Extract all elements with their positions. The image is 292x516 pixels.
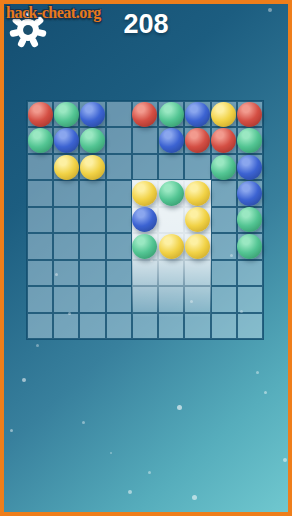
- ball-blue[interactable]: [237, 181, 262, 206]
- board-cell[interactable]: [27, 180, 53, 206]
- board-cell[interactable]: [106, 180, 132, 206]
- board-cell[interactable]: [79, 233, 105, 259]
- board-cell[interactable]: [27, 260, 53, 286]
- board-cell[interactable]: [27, 127, 53, 153]
- board-cell[interactable]: [79, 127, 105, 153]
- board-cell[interactable]: [184, 127, 210, 153]
- game-board: [26, 100, 264, 340]
- board-cell[interactable]: [53, 260, 79, 286]
- sparkle: [128, 490, 132, 494]
- board-cell[interactable]: [184, 233, 210, 259]
- board-cell[interactable]: [184, 260, 210, 286]
- sparkle: [82, 421, 85, 424]
- board-cell[interactable]: [132, 233, 158, 259]
- board-cell[interactable]: [132, 260, 158, 286]
- board-cell[interactable]: [237, 260, 263, 286]
- ball-green[interactable]: [54, 102, 79, 127]
- board-cell[interactable]: [237, 180, 263, 206]
- board-cell[interactable]: [184, 207, 210, 233]
- board-cell[interactable]: [158, 286, 184, 312]
- ball-yellow[interactable]: [159, 234, 184, 259]
- sparkle: [148, 471, 151, 474]
- board-cell[interactable]: [106, 154, 132, 180]
- board-cell[interactable]: [53, 180, 79, 206]
- ball-green[interactable]: [237, 128, 262, 153]
- sparkle: [36, 344, 39, 347]
- board-cell[interactable]: [132, 207, 158, 233]
- board-cell[interactable]: [184, 286, 210, 312]
- board-cell[interactable]: [184, 180, 210, 206]
- gear-icon: [9, 37, 47, 52]
- board-cell[interactable]: [237, 286, 263, 312]
- ball-green[interactable]: [80, 128, 105, 153]
- ball-yellow[interactable]: [80, 155, 105, 180]
- ball-yellow[interactable]: [54, 155, 79, 180]
- ball-red[interactable]: [185, 128, 210, 153]
- board-cell[interactable]: [53, 101, 79, 127]
- sparkle: [110, 452, 112, 454]
- board-cell[interactable]: [132, 154, 158, 180]
- board-cell[interactable]: [132, 180, 158, 206]
- board-cell[interactable]: [237, 233, 263, 259]
- board-cell[interactable]: [211, 154, 237, 180]
- board-cell[interactable]: [211, 313, 237, 339]
- board-cell[interactable]: [237, 154, 263, 180]
- board-cell[interactable]: [237, 207, 263, 233]
- board-cell[interactable]: [132, 313, 158, 339]
- sparkle: [10, 429, 13, 432]
- board-cell[interactable]: [158, 233, 184, 259]
- board-cell[interactable]: [158, 101, 184, 127]
- board-cell[interactable]: [184, 154, 210, 180]
- board-cell[interactable]: [132, 101, 158, 127]
- board-cell[interactable]: [27, 101, 53, 127]
- board-cell[interactable]: [132, 127, 158, 153]
- sparkle: [283, 458, 287, 462]
- ball-green[interactable]: [211, 155, 236, 180]
- board-cell[interactable]: [79, 180, 105, 206]
- board-cell[interactable]: [158, 180, 184, 206]
- sparkle: [264, 391, 267, 394]
- board-cell[interactable]: [53, 127, 79, 153]
- ball-red[interactable]: [237, 102, 262, 127]
- sparkle: [22, 378, 26, 382]
- ball-green[interactable]: [159, 102, 184, 127]
- board-cell[interactable]: [211, 233, 237, 259]
- board-cell[interactable]: [53, 233, 79, 259]
- board-cell[interactable]: [237, 127, 263, 153]
- board-cell[interactable]: [211, 260, 237, 286]
- ball-green[interactable]: [132, 234, 157, 259]
- ball-blue[interactable]: [185, 102, 210, 127]
- ball-yellow[interactable]: [185, 234, 210, 259]
- board-cell[interactable]: [106, 233, 132, 259]
- board-cell[interactable]: [106, 207, 132, 233]
- sparkle: [177, 405, 182, 410]
- board-cell[interactable]: [211, 180, 237, 206]
- board-cell[interactable]: [211, 127, 237, 153]
- board-cell[interactable]: [106, 101, 132, 127]
- board-cell[interactable]: [27, 154, 53, 180]
- board-grid: [26, 100, 264, 340]
- ball-green[interactable]: [237, 207, 262, 232]
- board-cell[interactable]: [79, 207, 105, 233]
- ball-yellow[interactable]: [185, 207, 210, 232]
- game-screen: hack-cheat.org: [0, 0, 292, 516]
- ball-blue[interactable]: [237, 155, 262, 180]
- ball-blue[interactable]: [80, 102, 105, 127]
- ball-green[interactable]: [159, 181, 184, 206]
- ball-red[interactable]: [211, 128, 236, 153]
- board-cell[interactable]: [158, 313, 184, 339]
- board-cell[interactable]: [27, 233, 53, 259]
- board-cell[interactable]: [53, 154, 79, 180]
- board-cell[interactable]: [27, 286, 53, 312]
- ball-green[interactable]: [28, 128, 53, 153]
- ball-yellow[interactable]: [185, 181, 210, 206]
- ball-blue[interactable]: [159, 128, 184, 153]
- board-cell[interactable]: [106, 260, 132, 286]
- board-cell[interactable]: [53, 207, 79, 233]
- board-cell[interactable]: [158, 207, 184, 233]
- board-cell[interactable]: [53, 286, 79, 312]
- board-cell[interactable]: [79, 101, 105, 127]
- board-cell[interactable]: [132, 286, 158, 312]
- board-cell[interactable]: [79, 260, 105, 286]
- board-cell[interactable]: [27, 313, 53, 339]
- board-cell[interactable]: [158, 154, 184, 180]
- ball-yellow[interactable]: [132, 181, 157, 206]
- board-cell[interactable]: [237, 101, 263, 127]
- ball-green[interactable]: [237, 234, 262, 259]
- watermark: hack-cheat.org: [6, 4, 101, 22]
- ball-yellow[interactable]: [211, 102, 236, 127]
- board-cell[interactable]: [158, 260, 184, 286]
- board-cell[interactable]: [53, 313, 79, 339]
- ball-blue[interactable]: [54, 128, 79, 153]
- ball-red[interactable]: [132, 102, 157, 127]
- board-cell[interactable]: [79, 313, 105, 339]
- board-cell[interactable]: [184, 313, 210, 339]
- sparkle: [256, 371, 259, 374]
- ball-blue[interactable]: [132, 207, 157, 232]
- board-cell[interactable]: [211, 101, 237, 127]
- board-cell[interactable]: [211, 207, 237, 233]
- ball-red[interactable]: [28, 102, 53, 127]
- board-cell[interactable]: [158, 127, 184, 153]
- board-cell[interactable]: [27, 207, 53, 233]
- board-cell[interactable]: [79, 154, 105, 180]
- board-cell[interactable]: [79, 286, 105, 312]
- board-cell[interactable]: [106, 286, 132, 312]
- board-cell[interactable]: [106, 313, 132, 339]
- board-cell[interactable]: [211, 286, 237, 312]
- sparkle: [192, 495, 197, 500]
- board-cell[interactable]: [184, 101, 210, 127]
- board-cell[interactable]: [106, 127, 132, 153]
- board-cell[interactable]: [237, 313, 263, 339]
